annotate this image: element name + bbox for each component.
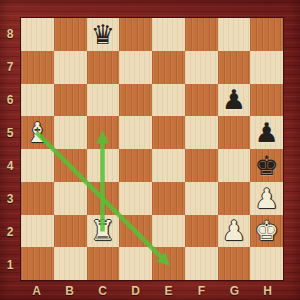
- square-f2[interactable]: [185, 215, 218, 248]
- square-a2[interactable]: [21, 215, 54, 248]
- square-g8[interactable]: [218, 18, 251, 51]
- piece-white-bishop[interactable]: ♝: [21, 116, 54, 149]
- square-e3[interactable]: [152, 182, 185, 215]
- square-b5[interactable]: [54, 116, 87, 149]
- square-d6[interactable]: [119, 84, 152, 117]
- file-label-b: B: [53, 282, 86, 300]
- square-b8[interactable]: [54, 18, 87, 51]
- piece-white-rook[interactable]: ♜: [87, 215, 120, 248]
- square-g6[interactable]: ♟: [218, 84, 251, 117]
- square-a7[interactable]: [21, 51, 54, 84]
- piece-white-king[interactable]: ♚: [250, 215, 283, 248]
- piece-white-pawn[interactable]: ♟: [250, 182, 283, 215]
- file-label-f: F: [185, 282, 218, 300]
- square-e5[interactable]: [152, 116, 185, 149]
- square-g4[interactable]: [218, 149, 251, 182]
- piece-black-king[interactable]: ♚: [250, 149, 283, 182]
- square-a4[interactable]: [21, 149, 54, 182]
- square-f1[interactable]: [185, 247, 218, 280]
- square-e6[interactable]: [152, 84, 185, 117]
- rank-label-3: 3: [0, 182, 20, 215]
- square-e1[interactable]: [152, 247, 185, 280]
- rank-label-1: 1: [0, 248, 20, 281]
- square-e2[interactable]: [152, 215, 185, 248]
- square-g7[interactable]: [218, 51, 251, 84]
- square-a1[interactable]: [21, 247, 54, 280]
- square-b3[interactable]: [54, 182, 87, 215]
- rank-label-7: 7: [0, 50, 20, 83]
- square-h6[interactable]: [250, 84, 283, 117]
- piece-white-pawn[interactable]: ♟: [218, 215, 251, 248]
- square-a6[interactable]: [21, 84, 54, 117]
- square-a5[interactable]: ♝: [21, 116, 54, 149]
- chess-board[interactable]: ♛♟♝♟♚♟♜♟♚: [20, 17, 284, 281]
- square-b7[interactable]: [54, 51, 87, 84]
- square-g5[interactable]: [218, 116, 251, 149]
- square-g2[interactable]: ♟: [218, 215, 251, 248]
- square-c2[interactable]: ♜: [87, 215, 120, 248]
- file-label-h: H: [251, 282, 284, 300]
- square-b4[interactable]: [54, 149, 87, 182]
- square-c1[interactable]: [87, 247, 120, 280]
- square-d8[interactable]: [119, 18, 152, 51]
- square-h4[interactable]: ♚: [250, 149, 283, 182]
- square-e4[interactable]: [152, 149, 185, 182]
- piece-black-queen[interactable]: ♛: [87, 18, 120, 51]
- square-c3[interactable]: [87, 182, 120, 215]
- square-h3[interactable]: ♟: [250, 182, 283, 215]
- square-c6[interactable]: [87, 84, 120, 117]
- square-f7[interactable]: [185, 51, 218, 84]
- square-g3[interactable]: [218, 182, 251, 215]
- square-d1[interactable]: [119, 247, 152, 280]
- rank-label-5: 5: [0, 116, 20, 149]
- square-d7[interactable]: [119, 51, 152, 84]
- square-d2[interactable]: [119, 215, 152, 248]
- file-label-a: A: [20, 282, 53, 300]
- rank-label-8: 8: [0, 17, 20, 50]
- square-g1[interactable]: [218, 247, 251, 280]
- square-f4[interactable]: [185, 149, 218, 182]
- square-f3[interactable]: [185, 182, 218, 215]
- square-a3[interactable]: [21, 182, 54, 215]
- chess-board-frame: 87654321 ABCDEFGH ♛♟♝♟♚♟♜♟♚: [0, 0, 300, 300]
- rank-label-6: 6: [0, 83, 20, 116]
- square-b6[interactable]: [54, 84, 87, 117]
- square-d3[interactable]: [119, 182, 152, 215]
- square-d4[interactable]: [119, 149, 152, 182]
- square-f5[interactable]: [185, 116, 218, 149]
- piece-black-pawn[interactable]: ♟: [250, 116, 283, 149]
- square-f6[interactable]: [185, 84, 218, 117]
- square-c5[interactable]: [87, 116, 120, 149]
- square-h7[interactable]: [250, 51, 283, 84]
- file-label-d: D: [119, 282, 152, 300]
- square-f8[interactable]: [185, 18, 218, 51]
- square-b2[interactable]: [54, 215, 87, 248]
- square-h1[interactable]: [250, 247, 283, 280]
- file-label-e: E: [152, 282, 185, 300]
- square-h2[interactable]: ♚: [250, 215, 283, 248]
- square-c7[interactable]: [87, 51, 120, 84]
- piece-black-pawn[interactable]: ♟: [218, 84, 251, 117]
- file-label-g: G: [218, 282, 251, 300]
- square-h5[interactable]: ♟: [250, 116, 283, 149]
- rank-label-2: 2: [0, 215, 20, 248]
- square-e8[interactable]: [152, 18, 185, 51]
- square-a8[interactable]: [21, 18, 54, 51]
- square-e7[interactable]: [152, 51, 185, 84]
- square-c8[interactable]: ♛: [87, 18, 120, 51]
- square-d5[interactable]: [119, 116, 152, 149]
- file-label-c: C: [86, 282, 119, 300]
- square-c4[interactable]: [87, 149, 120, 182]
- rank-label-4: 4: [0, 149, 20, 182]
- square-b1[interactable]: [54, 247, 87, 280]
- square-h8[interactable]: [250, 18, 283, 51]
